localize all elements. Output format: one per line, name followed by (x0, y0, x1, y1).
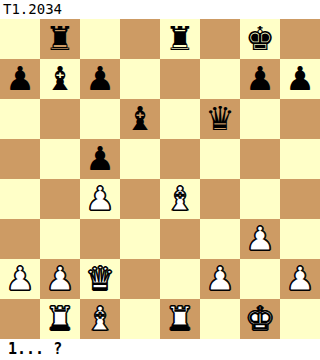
square-c7[interactable]: ♟ (80, 59, 120, 99)
black-bishop[interactable]: ♝ (125, 99, 155, 139)
square-e4[interactable]: ♝ (160, 179, 200, 219)
square-a7[interactable]: ♟ (0, 59, 40, 99)
white-pawn[interactable]: ♟ (85, 179, 115, 219)
square-d2[interactable] (120, 259, 160, 299)
square-e6[interactable] (160, 99, 200, 139)
white-pawn[interactable]: ♟ (5, 259, 35, 299)
white-bishop[interactable]: ♝ (165, 179, 195, 219)
square-d8[interactable] (120, 19, 160, 59)
black-bishop[interactable]: ♝ (45, 59, 75, 99)
square-d7[interactable] (120, 59, 160, 99)
square-a1[interactable] (0, 299, 40, 339)
white-pawn[interactable]: ♟ (285, 259, 315, 299)
square-f4[interactable] (200, 179, 240, 219)
square-a5[interactable] (0, 139, 40, 179)
square-c5[interactable]: ♟ (80, 139, 120, 179)
square-a6[interactable] (0, 99, 40, 139)
white-king[interactable]: ♚ (245, 299, 275, 339)
square-h7[interactable]: ♟ (280, 59, 320, 99)
square-c8[interactable] (80, 19, 120, 59)
square-h8[interactable] (280, 19, 320, 59)
square-d4[interactable] (120, 179, 160, 219)
square-a8[interactable] (0, 19, 40, 59)
square-b5[interactable] (40, 139, 80, 179)
black-pawn[interactable]: ♟ (285, 59, 315, 99)
square-g8[interactable]: ♚ (240, 19, 280, 59)
square-c1[interactable]: ♝ (80, 299, 120, 339)
square-g5[interactable] (240, 139, 280, 179)
square-g1[interactable]: ♚ (240, 299, 280, 339)
square-d6[interactable]: ♝ (120, 99, 160, 139)
square-h2[interactable]: ♟ (280, 259, 320, 299)
square-c6[interactable] (80, 99, 120, 139)
square-b8[interactable]: ♜ (40, 19, 80, 59)
white-rook[interactable]: ♜ (45, 299, 75, 339)
square-g7[interactable]: ♟ (240, 59, 280, 99)
square-f7[interactable] (200, 59, 240, 99)
square-b2[interactable]: ♟ (40, 259, 80, 299)
white-queen[interactable]: ♛ (85, 259, 115, 299)
black-pawn[interactable]: ♟ (245, 59, 275, 99)
white-pawn[interactable]: ♟ (45, 259, 75, 299)
square-e8[interactable]: ♜ (160, 19, 200, 59)
move-prompt: 1... ? (0, 339, 320, 360)
square-f2[interactable]: ♟ (200, 259, 240, 299)
square-h3[interactable] (280, 219, 320, 259)
square-b3[interactable] (40, 219, 80, 259)
square-h1[interactable] (280, 299, 320, 339)
chess-board: ♜♜♚♟♝♟♟♟♝♛♟♟♝♟♟♟♛♟♟♜♝♜♚ (0, 19, 320, 339)
square-e2[interactable] (160, 259, 200, 299)
square-e5[interactable] (160, 139, 200, 179)
black-rook[interactable]: ♜ (165, 19, 195, 59)
black-queen[interactable]: ♛ (205, 99, 235, 139)
black-pawn[interactable]: ♟ (85, 59, 115, 99)
square-c2[interactable]: ♛ (80, 259, 120, 299)
square-a4[interactable] (0, 179, 40, 219)
square-e1[interactable]: ♜ (160, 299, 200, 339)
white-rook[interactable]: ♜ (165, 299, 195, 339)
square-b4[interactable] (40, 179, 80, 219)
square-b1[interactable]: ♜ (40, 299, 80, 339)
square-f8[interactable] (200, 19, 240, 59)
square-a3[interactable] (0, 219, 40, 259)
square-c4[interactable]: ♟ (80, 179, 120, 219)
square-g3[interactable]: ♟ (240, 219, 280, 259)
square-c3[interactable] (80, 219, 120, 259)
square-e7[interactable] (160, 59, 200, 99)
puzzle-title: T1.2034 (0, 0, 320, 19)
square-f3[interactable] (200, 219, 240, 259)
black-king[interactable]: ♚ (245, 19, 275, 59)
square-h5[interactable] (280, 139, 320, 179)
square-g6[interactable] (240, 99, 280, 139)
square-d3[interactable] (120, 219, 160, 259)
square-h4[interactable] (280, 179, 320, 219)
square-f6[interactable]: ♛ (200, 99, 240, 139)
white-bishop[interactable]: ♝ (85, 299, 115, 339)
square-h6[interactable] (280, 99, 320, 139)
square-a2[interactable]: ♟ (0, 259, 40, 299)
white-pawn[interactable]: ♟ (205, 259, 235, 299)
square-d1[interactable] (120, 299, 160, 339)
square-d5[interactable] (120, 139, 160, 179)
square-f5[interactable] (200, 139, 240, 179)
square-b7[interactable]: ♝ (40, 59, 80, 99)
square-e3[interactable] (160, 219, 200, 259)
white-pawn[interactable]: ♟ (245, 219, 275, 259)
chess-puzzle-app: T1.2034 ♜♜♚♟♝♟♟♟♝♛♟♟♝♟♟♟♛♟♟♜♝♜♚ 1... ? (0, 0, 320, 360)
square-g4[interactable] (240, 179, 280, 219)
black-pawn[interactable]: ♟ (5, 59, 35, 99)
square-g2[interactable] (240, 259, 280, 299)
black-rook[interactable]: ♜ (45, 19, 75, 59)
black-pawn[interactable]: ♟ (85, 139, 115, 179)
square-b6[interactable] (40, 99, 80, 139)
square-f1[interactable] (200, 299, 240, 339)
